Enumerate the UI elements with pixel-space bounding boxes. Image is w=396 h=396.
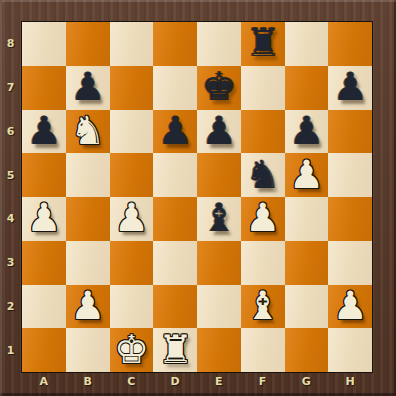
white-king-piece: ♚ — [114, 328, 149, 371]
square-g1[interactable] — [285, 328, 329, 372]
square-h7[interactable]: ♟ — [328, 66, 372, 110]
file-label-f: F — [241, 371, 285, 392]
square-e8[interactable] — [197, 22, 241, 66]
white-pawn-piece: ♟ — [289, 153, 324, 196]
square-d3[interactable] — [153, 241, 197, 285]
square-b1[interactable] — [66, 328, 110, 372]
board-frame: 87654321 ABCDEFGH ♜♟♚♟♟♞♟♟♟♞♟♟♟♝♟♟♝♟♚♜ — [0, 0, 396, 396]
square-g8[interactable] — [285, 22, 329, 66]
rank-label-2: 2 — [0, 285, 21, 329]
rank-label-4: 4 — [0, 197, 21, 241]
square-b4[interactable] — [66, 197, 110, 241]
square-e1[interactable] — [197, 328, 241, 372]
square-g4[interactable] — [285, 197, 329, 241]
square-f4[interactable]: ♟ — [241, 197, 285, 241]
square-d4[interactable] — [153, 197, 197, 241]
square-h1[interactable] — [328, 328, 372, 372]
rank-label-1: 1 — [0, 328, 21, 372]
square-a4[interactable]: ♟ — [22, 197, 66, 241]
square-c2[interactable] — [110, 285, 154, 329]
square-g5[interactable]: ♟ — [285, 153, 329, 197]
square-a7[interactable] — [22, 66, 66, 110]
square-a5[interactable] — [22, 153, 66, 197]
black-pawn-piece: ♟ — [26, 109, 61, 152]
square-b8[interactable] — [66, 22, 110, 66]
square-a3[interactable] — [22, 241, 66, 285]
chess-board: ♜♟♚♟♟♞♟♟♟♞♟♟♟♝♟♟♝♟♚♜ — [21, 21, 373, 373]
black-pawn-piece: ♟ — [158, 109, 193, 152]
square-h4[interactable] — [328, 197, 372, 241]
square-b6[interactable]: ♞ — [66, 110, 110, 154]
white-pawn-piece: ♟ — [114, 196, 149, 239]
square-f6[interactable] — [241, 110, 285, 154]
square-c4[interactable]: ♟ — [110, 197, 154, 241]
white-pawn-piece: ♟ — [26, 196, 61, 239]
square-h8[interactable] — [328, 22, 372, 66]
square-b5[interactable] — [66, 153, 110, 197]
black-pawn-piece: ♟ — [70, 65, 105, 108]
black-pawn-piece: ♟ — [333, 65, 368, 108]
rank-label-3: 3 — [0, 241, 21, 285]
square-f7[interactable] — [241, 66, 285, 110]
square-f8[interactable]: ♜ — [241, 22, 285, 66]
file-label-e: E — [197, 371, 241, 392]
square-e7[interactable]: ♚ — [197, 66, 241, 110]
file-label-h: H — [328, 371, 372, 392]
square-c7[interactable] — [110, 66, 154, 110]
black-knight-piece: ♞ — [245, 153, 280, 196]
square-e4[interactable]: ♝ — [197, 197, 241, 241]
square-h6[interactable] — [328, 110, 372, 154]
file-label-a: A — [22, 371, 66, 392]
square-e5[interactable] — [197, 153, 241, 197]
black-pawn-piece: ♟ — [201, 109, 236, 152]
white-bishop-piece: ♝ — [245, 284, 280, 327]
black-bishop-piece: ♝ — [201, 196, 236, 239]
square-g6[interactable]: ♟ — [285, 110, 329, 154]
square-f3[interactable] — [241, 241, 285, 285]
square-g2[interactable] — [285, 285, 329, 329]
square-b3[interactable] — [66, 241, 110, 285]
square-d2[interactable] — [153, 285, 197, 329]
square-d8[interactable] — [153, 22, 197, 66]
square-f5[interactable]: ♞ — [241, 153, 285, 197]
square-f2[interactable]: ♝ — [241, 285, 285, 329]
square-d1[interactable]: ♜ — [153, 328, 197, 372]
white-pawn-piece: ♟ — [245, 196, 280, 239]
file-label-c: C — [110, 371, 154, 392]
file-label-g: G — [285, 371, 329, 392]
rank-label-8: 8 — [0, 22, 21, 66]
square-b7[interactable]: ♟ — [66, 66, 110, 110]
square-a6[interactable]: ♟ — [22, 110, 66, 154]
black-pawn-piece: ♟ — [289, 109, 324, 152]
file-label-b: B — [66, 371, 110, 392]
white-knight-piece: ♞ — [70, 109, 105, 152]
square-h5[interactable] — [328, 153, 372, 197]
white-pawn-piece: ♟ — [70, 284, 105, 327]
square-c6[interactable] — [110, 110, 154, 154]
square-c5[interactable] — [110, 153, 154, 197]
square-d5[interactable] — [153, 153, 197, 197]
rank-label-7: 7 — [0, 66, 21, 110]
rank-label-5: 5 — [0, 153, 21, 197]
square-c1[interactable]: ♚ — [110, 328, 154, 372]
square-g7[interactable] — [285, 66, 329, 110]
square-a1[interactable] — [22, 328, 66, 372]
black-king-piece: ♚ — [201, 65, 236, 108]
square-g3[interactable] — [285, 241, 329, 285]
square-d6[interactable]: ♟ — [153, 110, 197, 154]
square-e6[interactable]: ♟ — [197, 110, 241, 154]
black-rook-piece: ♜ — [245, 21, 280, 64]
file-labels: ABCDEFGH — [22, 371, 372, 392]
square-e3[interactable] — [197, 241, 241, 285]
square-e2[interactable] — [197, 285, 241, 329]
square-c3[interactable] — [110, 241, 154, 285]
rank-label-6: 6 — [0, 110, 21, 154]
square-a2[interactable] — [22, 285, 66, 329]
file-label-d: D — [153, 371, 197, 392]
square-f1[interactable] — [241, 328, 285, 372]
white-pawn-piece: ♟ — [333, 284, 368, 327]
square-h3[interactable] — [328, 241, 372, 285]
white-rook-piece: ♜ — [158, 328, 193, 371]
rank-labels: 87654321 — [0, 22, 21, 372]
square-b2[interactable]: ♟ — [66, 285, 110, 329]
square-h2[interactable]: ♟ — [328, 285, 372, 329]
square-c8[interactable] — [110, 22, 154, 66]
square-d7[interactable] — [153, 66, 197, 110]
square-a8[interactable] — [22, 22, 66, 66]
